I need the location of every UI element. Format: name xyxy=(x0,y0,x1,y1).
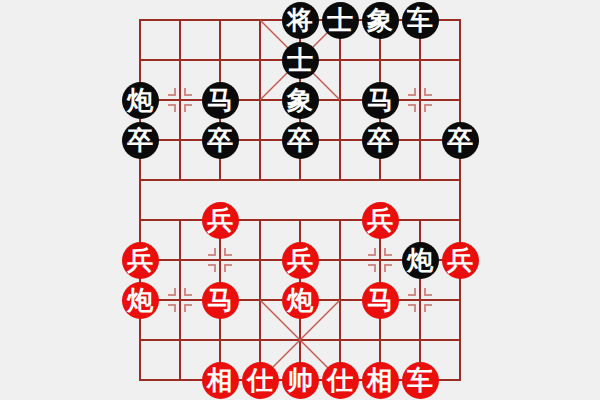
piece-red-soldier[interactable]: 兵 xyxy=(362,202,399,239)
piece-black-soldier[interactable]: 卒 xyxy=(362,122,399,159)
piece-black-soldier[interactable]: 卒 xyxy=(122,122,159,159)
piece-black-horse[interactable]: 马 xyxy=(202,82,239,119)
piece-red-soldier[interactable]: 兵 xyxy=(442,242,479,279)
point-marker-bracket xyxy=(208,248,216,256)
point-marker-bracket xyxy=(168,288,176,296)
piece-black-soldier[interactable]: 卒 xyxy=(282,122,319,159)
piece-black-general[interactable]: 将 xyxy=(282,2,319,39)
xiangqi-app-background: 将士象车士炮马象马卒卒卒卒卒炮兵兵兵兵兵炮马炮马相仕帅仕相车 xyxy=(0,0,600,400)
piece-red-cannon[interactable]: 炮 xyxy=(282,282,319,319)
point-marker-bracket xyxy=(184,304,192,312)
point-marker-bracket xyxy=(424,88,432,96)
point-marker-bracket xyxy=(184,104,192,112)
piece-black-advisor[interactable]: 士 xyxy=(322,2,359,39)
point-marker-bracket xyxy=(184,288,192,296)
point-marker xyxy=(408,88,432,112)
piece-red-chariot[interactable]: 车 xyxy=(402,362,439,399)
point-marker-bracket xyxy=(224,264,232,272)
point-marker-bracket xyxy=(168,104,176,112)
piece-black-elephant[interactable]: 象 xyxy=(362,2,399,39)
point-marker xyxy=(168,88,192,112)
piece-black-soldier[interactable]: 卒 xyxy=(442,122,479,159)
point-marker-bracket xyxy=(408,304,416,312)
piece-red-advisor[interactable]: 仕 xyxy=(242,362,279,399)
point-marker-bracket xyxy=(368,248,376,256)
piece-black-cannon[interactable]: 炮 xyxy=(402,242,439,279)
piece-red-soldier[interactable]: 兵 xyxy=(282,242,319,279)
point-marker-bracket xyxy=(384,248,392,256)
point-marker-bracket xyxy=(168,88,176,96)
piece-black-horse[interactable]: 马 xyxy=(362,82,399,119)
point-marker xyxy=(368,248,392,272)
point-marker-bracket xyxy=(384,264,392,272)
point-marker-bracket xyxy=(408,88,416,96)
point-marker-bracket xyxy=(408,288,416,296)
point-marker-bracket xyxy=(368,264,376,272)
piece-red-horse[interactable]: 马 xyxy=(202,282,239,319)
point-marker xyxy=(208,248,232,272)
piece-red-advisor[interactable]: 仕 xyxy=(322,362,359,399)
piece-red-cannon[interactable]: 炮 xyxy=(122,282,159,319)
piece-black-chariot[interactable]: 车 xyxy=(402,2,439,39)
piece-black-soldier[interactable]: 卒 xyxy=(202,122,239,159)
xiangqi-board: 将士象车士炮马象马卒卒卒卒卒炮兵兵兵兵兵炮马炮马相仕帅仕相车 xyxy=(139,19,461,381)
piece-red-general[interactable]: 帅 xyxy=(282,362,319,399)
piece-red-elephant[interactable]: 相 xyxy=(202,362,239,399)
point-marker-bracket xyxy=(168,304,176,312)
piece-black-cannon[interactable]: 炮 xyxy=(122,82,159,119)
piece-black-advisor[interactable]: 士 xyxy=(282,42,319,79)
point-marker-bracket xyxy=(424,288,432,296)
piece-red-soldier[interactable]: 兵 xyxy=(122,242,159,279)
piece-red-horse[interactable]: 马 xyxy=(362,282,399,319)
point-marker-bracket xyxy=(424,304,432,312)
piece-black-elephant[interactable]: 象 xyxy=(282,82,319,119)
point-marker-bracket xyxy=(408,104,416,112)
point-marker-bracket xyxy=(224,248,232,256)
point-marker-bracket xyxy=(208,264,216,272)
point-marker-bracket xyxy=(184,88,192,96)
point-marker xyxy=(168,288,192,312)
point-marker-bracket xyxy=(424,104,432,112)
point-marker xyxy=(408,288,432,312)
piece-red-soldier[interactable]: 兵 xyxy=(202,202,239,239)
piece-red-elephant[interactable]: 相 xyxy=(362,362,399,399)
